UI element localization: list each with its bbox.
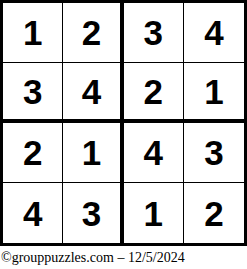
cell-r4c2: 3 [63, 183, 123, 243]
cell-r1c4: 4 [184, 3, 244, 63]
copyright-text: ©grouppuzzles.com – 12/5/2024 [1, 250, 185, 266]
copyright-footer: ©grouppuzzles.com – 12/5/2024 [0, 246, 247, 269]
cell-r4c3: 1 [124, 183, 184, 243]
cell-r3c1: 2 [3, 123, 63, 183]
cell-r3c4: 3 [184, 123, 244, 183]
cell-r4c1: 4 [3, 183, 63, 243]
cell-r3c3: 4 [124, 123, 184, 183]
cell-r1c3: 3 [124, 3, 184, 63]
sudoku-page: 1 2 3 4 3 4 2 1 2 1 4 3 4 3 1 2 ©grouppu… [0, 0, 247, 269]
sudoku-board: 1 2 3 4 3 4 2 1 2 1 4 3 4 3 1 2 [0, 0, 247, 246]
cell-r2c4: 1 [184, 63, 244, 123]
cell-r2c1: 3 [3, 63, 63, 123]
cell-r3c2: 1 [63, 123, 123, 183]
cell-r2c2: 4 [63, 63, 123, 123]
cell-r4c4: 2 [184, 183, 244, 243]
cell-r1c2: 2 [63, 3, 123, 63]
cell-r2c3: 2 [124, 63, 184, 123]
cell-r1c1: 1 [3, 3, 63, 63]
